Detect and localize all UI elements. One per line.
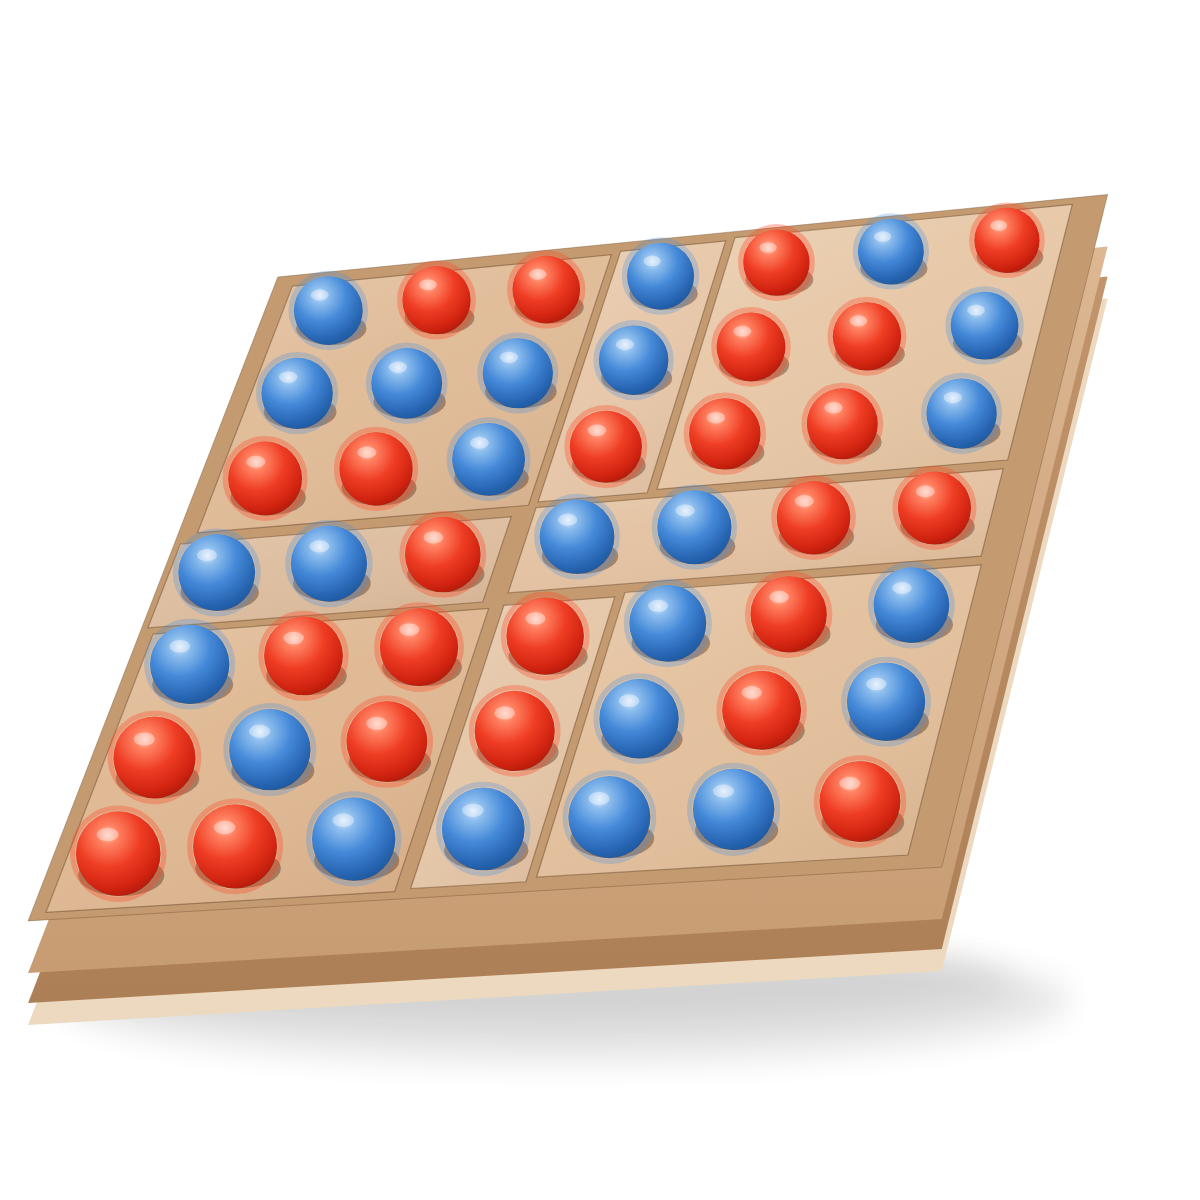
red-ball	[339, 432, 413, 506]
red-ball	[264, 616, 343, 695]
ball-highlight	[214, 821, 236, 834]
blue-ball	[627, 242, 694, 309]
ball-highlight	[525, 612, 545, 624]
ball-highlight	[500, 352, 518, 363]
ball-highlight	[529, 269, 547, 280]
peg-r7c1-red[interactable]	[73, 808, 165, 899]
peg-r4c2-blue[interactable]	[288, 522, 371, 604]
ball-highlight	[246, 456, 265, 468]
blue-ball	[847, 662, 925, 740]
ball-highlight	[249, 725, 270, 738]
blue-ball	[873, 567, 949, 643]
ball-highlight	[197, 549, 217, 561]
blue-ball	[442, 788, 525, 871]
blue-ball	[693, 769, 775, 851]
peg-r3c1-red[interactable]	[225, 438, 306, 518]
red-ball	[475, 691, 555, 771]
ball-highlight	[967, 305, 985, 316]
blue-ball	[599, 679, 679, 759]
peg-r6c6-red[interactable]	[719, 668, 805, 753]
blue-ball	[858, 218, 924, 284]
blue-ball	[951, 292, 1019, 360]
peg-r4c7-red[interactable]	[895, 468, 975, 547]
peg-r2c1-blue[interactable]	[259, 355, 337, 432]
peg-r4c4-blue[interactable]	[537, 496, 619, 577]
blue-ball	[150, 624, 229, 703]
peg-r6c5-blue[interactable]	[596, 676, 683, 762]
red-ball	[819, 761, 900, 842]
red-ball	[113, 716, 195, 798]
ball-highlight	[283, 632, 304, 645]
ball-highlight	[733, 326, 751, 337]
peg-r2c5-red[interactable]	[714, 310, 790, 385]
peg-r1c4-blue[interactable]	[624, 240, 698, 313]
peg-board-photo	[0, 0, 1200, 1200]
red-ball	[833, 302, 902, 371]
red-ball	[380, 608, 458, 686]
peg-r5c7-blue[interactable]	[870, 564, 953, 646]
ball-highlight	[874, 231, 891, 242]
peg-r1c5-red[interactable]	[741, 227, 814, 299]
ball-highlight	[309, 540, 329, 552]
ball-highlight	[494, 706, 515, 719]
peg-r3c7-blue[interactable]	[924, 375, 1001, 451]
blue-ball	[568, 776, 650, 858]
ball-highlight	[587, 425, 606, 437]
peg-r4c5-blue[interactable]	[654, 487, 735, 567]
blue-ball	[178, 534, 255, 611]
peg-r1c2-red[interactable]	[400, 263, 475, 337]
red-ball	[777, 481, 851, 555]
peg-r3c2-red[interactable]	[336, 429, 416, 508]
peg-r3c4-red[interactable]	[567, 408, 646, 486]
red-ball	[228, 441, 302, 515]
peg-r2c6-red[interactable]	[830, 299, 905, 373]
peg-r4c3-red[interactable]	[402, 514, 485, 596]
ball-highlight	[311, 289, 329, 300]
peg-r4c1-blue[interactable]	[175, 531, 259, 614]
ball-highlight	[616, 339, 634, 350]
ball-highlight	[332, 813, 354, 826]
peg-r3c6-red[interactable]	[804, 385, 882, 462]
peg-r1c3-red[interactable]	[510, 253, 584, 326]
ball-highlight	[134, 732, 155, 745]
peg-r1c1-blue[interactable]	[291, 273, 366, 347]
ball-highlight	[916, 486, 935, 498]
peg-r5c6-red[interactable]	[747, 573, 830, 656]
ball-highlight	[849, 315, 867, 326]
peg-r2c3-blue[interactable]	[480, 335, 557, 411]
ball-highlight	[675, 505, 694, 517]
blue-ball	[452, 423, 525, 496]
blue-ball	[599, 325, 669, 395]
blue-ball	[629, 585, 706, 662]
ball-highlight	[648, 600, 668, 612]
peg-r6c2-blue[interactable]	[226, 706, 315, 794]
peg-r2c7-blue[interactable]	[948, 289, 1022, 362]
ball-highlight	[169, 640, 190, 653]
ball-highlight	[558, 514, 577, 526]
peg-r3c3-blue[interactable]	[449, 420, 529, 499]
red-ball	[716, 312, 785, 381]
peg-r5c3-red[interactable]	[377, 605, 462, 690]
ball-highlight	[707, 412, 726, 423]
peg-r2c4-blue[interactable]	[596, 322, 672, 397]
ball-highlight	[97, 828, 119, 842]
red-ball	[346, 701, 427, 782]
blue-ball	[294, 276, 363, 345]
red-ball	[506, 597, 584, 675]
red-ball	[689, 398, 761, 470]
ball-highlight	[824, 402, 842, 413]
ball-highlight	[769, 591, 789, 603]
red-ball	[402, 266, 470, 334]
ball-highlight	[619, 694, 640, 707]
ball-highlight	[423, 531, 443, 543]
peg-r1c6-blue[interactable]	[855, 216, 927, 287]
red-ball	[750, 576, 826, 652]
peg-r5c4-red[interactable]	[503, 594, 588, 678]
ball-highlight	[713, 784, 734, 797]
ball-highlight	[389, 362, 407, 373]
peg-r5c2-red[interactable]	[261, 613, 347, 698]
ball-highlight	[892, 582, 912, 594]
ball-highlight	[643, 256, 660, 267]
blue-ball	[229, 709, 310, 790]
peg-r7c2-red[interactable]	[190, 801, 281, 892]
blue-ball	[657, 490, 731, 564]
peg-r6c3-red[interactable]	[343, 698, 431, 785]
product-photo-stage	[0, 0, 1200, 1200]
ball-highlight	[839, 777, 860, 790]
ball-highlight	[279, 371, 298, 382]
red-ball	[193, 804, 277, 888]
peg-r5c1-blue[interactable]	[147, 621, 233, 707]
ball-highlight	[741, 686, 762, 699]
blue-ball	[312, 797, 395, 880]
blue-ball	[926, 378, 997, 449]
red-ball	[512, 256, 580, 324]
ball-highlight	[990, 220, 1007, 230]
red-ball	[974, 208, 1039, 273]
ball-highlight	[795, 495, 814, 507]
peg-r7c7-red[interactable]	[816, 758, 904, 845]
peg-r7c3-blue[interactable]	[309, 794, 400, 884]
peg-r7c5-blue[interactable]	[565, 773, 654, 862]
blue-ball	[261, 357, 333, 429]
red-ball	[898, 471, 971, 544]
blue-ball	[371, 348, 442, 419]
ball-highlight	[399, 623, 419, 636]
ball-highlight	[759, 242, 776, 253]
ball-highlight	[470, 437, 489, 449]
peg-r6c4-red[interactable]	[471, 688, 558, 775]
peg-r1c7-red[interactable]	[972, 205, 1044, 276]
red-ball	[722, 671, 801, 750]
ball-highlight	[944, 392, 962, 403]
peg-r2c2-blue[interactable]	[368, 345, 446, 422]
red-ball	[743, 229, 810, 296]
peg-r7c4-blue[interactable]	[439, 784, 529, 873]
ball-highlight	[366, 717, 387, 730]
red-ball	[807, 388, 878, 459]
red-ball	[76, 811, 161, 896]
red-ball	[570, 410, 642, 482]
ball-highlight	[588, 792, 609, 805]
ball-highlight	[357, 446, 376, 458]
peg-r6c1-red[interactable]	[110, 713, 199, 802]
peg-r4c6-red[interactable]	[774, 478, 854, 558]
peg-r3c5-red[interactable]	[686, 395, 764, 472]
ball-highlight	[419, 279, 437, 290]
ball-highlight	[866, 678, 886, 691]
blue-ball	[540, 499, 615, 574]
ball-highlight	[462, 804, 484, 817]
blue-ball	[291, 525, 367, 601]
peg-r5c5-blue[interactable]	[626, 582, 710, 665]
peg-r6c7-blue[interactable]	[844, 659, 929, 744]
blue-ball	[483, 338, 553, 408]
peg-r7c6-blue[interactable]	[690, 765, 779, 853]
red-ball	[405, 517, 481, 593]
